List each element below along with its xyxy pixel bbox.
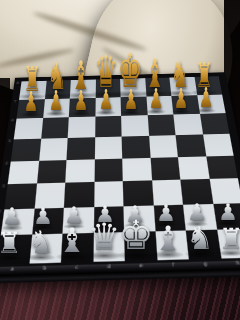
file-label-b: b — [28, 265, 61, 271]
square-h4[interactable] — [206, 155, 238, 179]
piece-gold-pawn-b7[interactable]: ♟ — [48, 87, 63, 114]
square-f6[interactable] — [147, 115, 175, 136]
square-b5[interactable] — [39, 138, 68, 160]
file-label-e: e — [125, 263, 157, 269]
piece-silver-rook-a1[interactable]: ♜ — [0, 229, 21, 258]
piece-silver-bishop-f1[interactable]: ♝ — [153, 221, 182, 255]
piece-gold-pawn-a7[interactable]: ♟ — [23, 88, 38, 115]
square-g6[interactable] — [173, 114, 202, 135]
file-label-g: g — [189, 261, 222, 267]
square-c6[interactable] — [68, 117, 95, 138]
piece-gold-pawn-c7[interactable]: ♟ — [73, 86, 88, 113]
piece-gold-pawn-f7[interactable]: ♟ — [148, 85, 163, 112]
file-label-c: c — [60, 265, 92, 271]
piece-gold-pawn-h7[interactable]: ♟ — [198, 84, 213, 111]
photo-scene: 12345678 abcdefgh ♜♞♝♛♚♝♞♜♟♟♟♟♟♟♟♟♟♟♟♟♟♟… — [0, 0, 240, 320]
file-label-d: d — [93, 264, 125, 270]
piece-silver-pawn-h2[interactable]: ♟ — [218, 201, 238, 224]
square-e4[interactable] — [122, 157, 151, 181]
file-label-a: a — [0, 266, 29, 272]
piece-silver-queen-d1[interactable]: ♛ — [88, 219, 121, 257]
square-g4[interactable] — [178, 156, 209, 180]
piece-gold-pawn-e7[interactable]: ♟ — [123, 85, 138, 112]
square-c5[interactable] — [66, 137, 94, 159]
file-label-f: f — [157, 262, 190, 268]
square-e5[interactable] — [122, 136, 150, 158]
square-b6[interactable] — [41, 117, 69, 138]
square-d6[interactable] — [95, 116, 122, 137]
piece-silver-pawn-a2[interactable]: ♟ — [2, 205, 22, 228]
piece-silver-knight-b1[interactable]: ♞ — [27, 226, 54, 257]
square-b4[interactable] — [36, 160, 66, 184]
square-h6[interactable] — [200, 113, 230, 134]
piece-gold-pawn-d7[interactable]: ♟ — [98, 86, 113, 113]
square-a4[interactable] — [8, 160, 39, 184]
square-f4[interactable] — [150, 157, 180, 181]
square-e6[interactable] — [121, 115, 149, 136]
piece-silver-knight-g1[interactable]: ♞ — [186, 223, 213, 254]
square-h5[interactable] — [203, 134, 234, 156]
square-g5[interactable] — [176, 134, 206, 156]
square-d5[interactable] — [94, 136, 122, 158]
square-a6[interactable] — [14, 118, 43, 139]
square-f5[interactable] — [149, 135, 178, 157]
piece-silver-king-e1[interactable]: ♚ — [118, 215, 153, 255]
square-d4[interactable] — [94, 158, 123, 182]
square-a5[interactable] — [11, 139, 41, 161]
file-label-h: h — [221, 260, 240, 266]
square-c4[interactable] — [65, 159, 94, 183]
piece-gold-pawn-g7[interactable]: ♟ — [173, 84, 188, 111]
piece-silver-rook-h1[interactable]: ♜ — [219, 224, 240, 253]
piece-silver-bishop-c1[interactable]: ♝ — [58, 224, 87, 258]
